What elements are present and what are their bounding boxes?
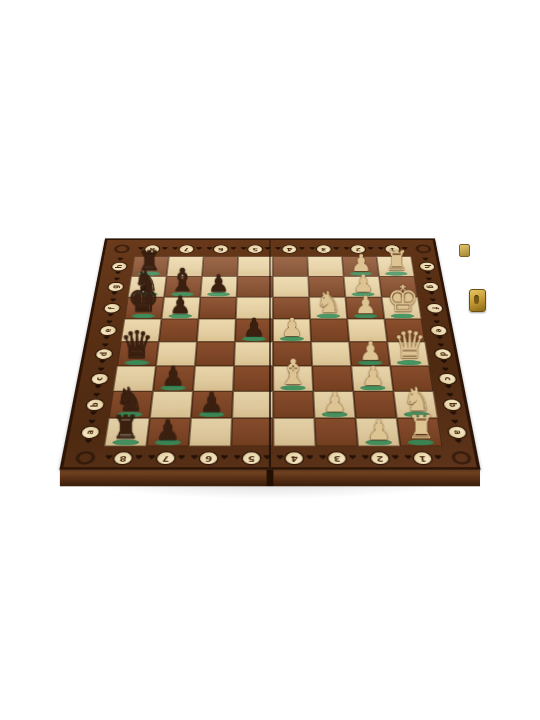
rank-label-6: 6 [204,241,239,256]
black-rook-glyph: ♜ [104,412,146,444]
square-g6[interactable]: ♟ [200,276,237,297]
piece-black-pawn-g6[interactable]: ♟ [200,276,237,297]
coordinate-medallion: e [99,326,115,335]
piece-black-pawn-a7[interactable]: ♟ [146,418,191,446]
coordinate-medallion: 1 [385,245,400,253]
piece-black-pawn-c7[interactable]: ♟ [153,366,195,391]
piece-white-pawn-c2[interactable]: ♟ [351,366,393,391]
coordinate-medallion: 5 [243,452,260,464]
black-pawn-glyph: ♟ [235,315,273,340]
rank-label-8: 8 [100,446,146,469]
rank-label-5: 5 [230,446,273,469]
coordinate-medallion: c [91,373,108,383]
square-b3[interactable]: ♟ [313,391,355,418]
square-f8[interactable]: ♚ [124,297,164,319]
coordinate-medallion: h [419,262,434,270]
white-rook-glyph: ♜ [400,412,442,444]
square-g4[interactable] [273,276,309,297]
file-label-a: a [438,418,476,446]
coordinate-medallion: 7 [180,245,194,253]
file-label-a: a [71,418,109,446]
black-pawn-glyph: ♟ [191,389,232,416]
square-d5[interactable] [234,342,273,366]
coordinate-medallion: 2 [351,245,365,253]
square-e6[interactable] [197,319,236,342]
coordinate-medallion: b [443,399,461,410]
black-pawn-glyph: ♟ [147,416,189,444]
piece-white-bishop-c4[interactable]: ♝ [273,366,313,391]
piece-black-king-f8[interactable]: ♚ [124,297,164,319]
rank-label-3: 3 [307,241,342,256]
white-bishop-glyph: ♝ [273,355,313,390]
coordinate-medallion: g [108,282,124,290]
piece-black-pawn-f7[interactable]: ♟ [161,297,200,319]
rank-label-1: 1 [400,446,446,469]
piece-white-pawn-e4[interactable]: ♟ [273,319,311,342]
piece-white-pawn-b3[interactable]: ♟ [313,391,355,418]
square-c5[interactable] [233,366,273,391]
coordinate-medallion: 8 [114,452,133,464]
piece-white-rook-a1[interactable]: ♜ [397,418,443,446]
hinge-notch [267,470,274,487]
rank-label-3: 3 [316,446,360,469]
piece-black-pawn-b6[interactable]: ♟ [191,391,233,418]
brass-clasp [469,289,486,312]
coordinate-medallion: 6 [200,452,218,464]
file-label-h: h [411,256,442,276]
piece-black-pawn-e5[interactable]: ♟ [235,319,273,342]
square-a7[interactable]: ♟ [146,418,191,446]
square-a5[interactable] [231,418,273,446]
rank-label-2: 2 [358,446,403,469]
white-pawn-glyph: ♟ [273,315,311,340]
square-a8[interactable]: ♜ [104,418,150,446]
rank-labels-bottom: 87654321 [100,446,446,469]
coordinate-medallion: 4 [286,452,303,464]
square-f1[interactable]: ♚ [382,297,422,319]
black-pawn-glyph: ♟ [153,363,193,389]
square-d3[interactable] [311,342,351,366]
white-pawn-glyph: ♟ [358,416,400,444]
rank-label-4: 4 [273,446,316,469]
rank-label-4: 4 [273,241,308,256]
square-a3[interactable] [314,418,358,446]
coordinate-medallion: 3 [317,245,331,253]
white-pawn-glyph: ♟ [347,293,384,317]
coordinate-medallion: h [111,262,126,270]
coordinate-medallion: 4 [283,245,297,253]
square-c4[interactable]: ♝ [273,366,313,391]
square-h3[interactable] [307,256,343,276]
square-a1[interactable]: ♜ [397,418,443,446]
square-d6[interactable] [195,342,235,366]
black-pawn-glyph: ♟ [200,272,236,296]
fold-seam [269,240,271,467]
frame-ornament-corner [66,446,104,469]
brass-clasp-catch [459,244,470,257]
coordinate-medallion: f [104,304,120,313]
board-grid: ♜♟♜♞♝♟♟♚♟♞♟♚♟♟♛♟♛♟♝♟♞♟♟♞♜♟♟♜ [104,256,442,446]
coordinate-medallion: 6 [214,245,228,253]
coordinate-medallion: 1 [414,452,433,464]
coordinate-medallion: g [423,282,439,290]
square-f6[interactable] [199,297,237,319]
coordinate-medallion: d [434,349,451,359]
rank-label-7: 7 [144,446,189,469]
square-h4[interactable] [273,256,308,276]
square-c7[interactable]: ♟ [153,366,195,391]
rank-label-6: 6 [187,446,231,469]
rank-label-5: 5 [238,241,273,256]
rank-label-7: 7 [169,241,205,256]
piece-white-queen-d1[interactable]: ♛ [387,342,429,366]
coordinate-medallion: e [430,326,446,335]
square-h1[interactable]: ♜ [377,256,415,276]
square-h5[interactable] [237,256,272,276]
square-e7[interactable] [159,319,199,342]
black-king-glyph: ♚ [125,281,162,317]
coordinate-medallion: 2 [371,452,389,464]
chess-board: 87654321 87654321 hgfedcba hgfedcba ♜♟♜♞… [59,238,480,469]
frame-ornament-corner [443,446,481,469]
product-photo: chess 87654321 87654321 hgfedcba hgfedcb… [0,0,540,720]
file-label-d: d [425,342,460,366]
square-e3[interactable] [310,319,349,342]
piece-white-pawn-f2[interactable]: ♟ [345,297,384,319]
piece-white-rook-h1[interactable]: ♜ [377,256,415,276]
square-b6[interactable]: ♟ [191,391,233,418]
black-pawn-glyph: ♟ [162,293,199,317]
coordinate-medallion: 3 [329,452,347,464]
board-front-edge [60,467,480,486]
white-pawn-glyph: ♟ [314,389,355,416]
square-f2[interactable]: ♟ [345,297,384,319]
square-b4[interactable] [273,391,314,418]
piece-white-pawn-a2[interactable]: ♟ [356,418,401,446]
coordinate-medallion: d [95,349,112,359]
file-label-f: f [95,297,128,319]
square-g5[interactable] [237,276,273,297]
square-e5[interactable]: ♟ [235,319,273,342]
coordinate-medallion: a [81,426,99,437]
white-knight-glyph: ♞ [310,288,347,317]
white-pawn-glyph: ♟ [353,363,393,389]
file-label-f: f [418,297,451,319]
square-a2[interactable]: ♟ [356,418,401,446]
square-b5[interactable] [232,391,273,418]
black-queen-glyph: ♛ [117,326,156,364]
piece-white-king-f1[interactable]: ♚ [382,297,422,319]
square-a6[interactable] [189,418,232,446]
square-a4[interactable] [273,418,315,446]
coordinate-medallion: 5 [249,245,263,253]
white-queen-glyph: ♛ [390,326,429,364]
piece-black-rook-a8[interactable]: ♜ [104,418,150,446]
piece-white-knight-f3[interactable]: ♞ [309,297,347,319]
coordinate-medallion: f [426,304,442,313]
square-d1[interactable]: ♛ [387,342,429,366]
white-king-glyph: ♚ [384,281,421,317]
file-label-d: d [86,342,121,366]
coordinate-medallion: 7 [157,452,175,464]
square-c2[interactable]: ♟ [351,366,393,391]
square-e4[interactable]: ♟ [273,319,311,342]
coordinate-medallion: c [438,373,455,383]
coordinate-medallion: a [447,426,465,437]
square-f3[interactable]: ♞ [309,297,347,319]
coordinate-medallion: b [86,399,104,410]
square-f7[interactable]: ♟ [161,297,200,319]
